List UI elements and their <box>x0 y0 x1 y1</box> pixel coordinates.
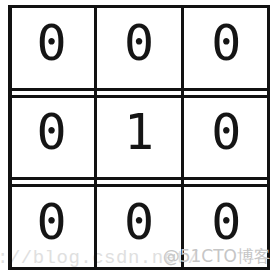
watermark-51cto-stamp: @51CTO博客 <box>163 245 271 268</box>
cell-value: 0 <box>211 18 241 68</box>
cell-r0c2: 0 <box>183 5 270 91</box>
cell-r1c1: 1 <box>95 95 182 181</box>
cell-value: 0 <box>37 18 67 68</box>
cell-value: 0 <box>37 197 67 247</box>
cell-value: 0 <box>211 107 241 157</box>
cell-r1c0: 0 <box>8 95 95 181</box>
cell-r2c0: 0 <box>8 184 95 270</box>
cell-r1c2: 0 <box>183 95 270 181</box>
cell-value: 0 <box>124 18 154 68</box>
cell-value: 0 <box>37 107 67 157</box>
grid-vline-right <box>267 5 271 270</box>
grid-vline-mid1 <box>94 5 98 270</box>
cell-value: 0 <box>211 197 241 247</box>
cell-r0c1: 0 <box>95 5 182 91</box>
cell-r0c0: 0 <box>8 5 95 91</box>
cell-value: 1 <box>124 107 154 157</box>
grid-vline-mid2 <box>181 5 185 270</box>
grid-vline-left <box>8 5 12 270</box>
cell-value: 0 <box>124 197 154 247</box>
screenshot-stage: ://blog.csdn.net/ 0 0 0 0 1 0 0 0 0 @51C… <box>0 0 276 276</box>
board-grid: 0 0 0 0 1 0 0 0 0 <box>8 5 270 270</box>
